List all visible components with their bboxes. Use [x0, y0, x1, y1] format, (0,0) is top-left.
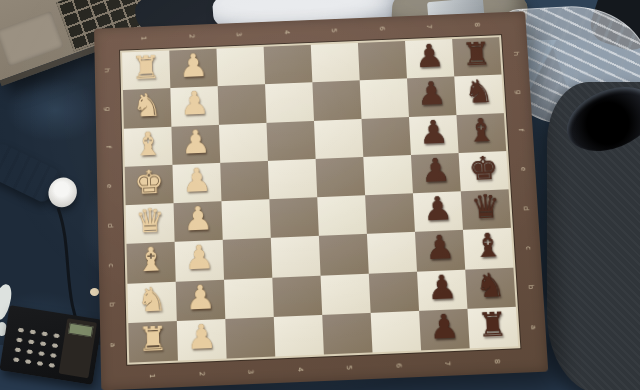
coordinate-label: e: [519, 167, 527, 172]
calculator-display: [68, 323, 93, 338]
crumb: [90, 288, 99, 296]
glossy-black-part: [557, 75, 640, 163]
black-pawn: ♟: [414, 40, 445, 73]
square-g8[interactable]: ♞: [454, 75, 504, 115]
square-h5[interactable]: [311, 43, 360, 83]
square-g7[interactable]: ♟: [407, 77, 456, 117]
black-pawn: ♟: [426, 270, 458, 304]
black-rook: ♜: [461, 38, 492, 71]
calculator-panel: [59, 318, 97, 378]
white-pawn: ♟: [186, 319, 217, 354]
square-c8[interactable]: ♝: [463, 228, 513, 269]
square-a7[interactable]: ♟: [419, 309, 470, 351]
square-f5[interactable]: [314, 118, 363, 158]
coordinate-label: 5: [345, 365, 353, 370]
white-pawn: ♟: [184, 241, 215, 275]
square-h2[interactable]: ♟: [169, 49, 217, 89]
square-b1[interactable]: ♞: [127, 281, 176, 323]
coordinate-label: a: [529, 325, 537, 330]
black-knight: ♞: [474, 268, 506, 302]
square-g1[interactable]: ♞: [123, 88, 171, 128]
coordinate-label: 6: [378, 26, 386, 31]
square-e8[interactable]: ♚: [459, 151, 509, 191]
white-pawn: ♟: [181, 125, 211, 158]
black-pawn: ♟: [424, 231, 455, 265]
square-c3[interactable]: [223, 238, 273, 279]
square-a8[interactable]: ♜: [467, 307, 518, 349]
square-g3[interactable]: [218, 84, 267, 124]
coordinate-label: 1: [148, 374, 156, 379]
black-king: ♚: [468, 151, 499, 185]
chess-board: 12345678 12345678 hgfedcba hgfedcba ♜♟♟♜…: [94, 11, 548, 390]
square-d8[interactable]: ♛: [461, 189, 511, 230]
square-d6[interactable]: [365, 193, 415, 234]
coordinate-label: 7: [443, 361, 451, 366]
square-f8[interactable]: ♝: [456, 113, 506, 153]
coordinate-label: h: [103, 68, 111, 73]
square-f1[interactable]: ♝: [124, 126, 173, 166]
laptop-trackpad: [0, 11, 64, 67]
white-bishop: ♝: [136, 243, 167, 277]
coordinate-label: 4: [282, 30, 290, 35]
square-d3[interactable]: [221, 199, 270, 240]
square-h7[interactable]: ♟: [405, 39, 454, 79]
square-b5[interactable]: [321, 273, 371, 314]
photo-scene: 12345678 12345678 hgfedcba hgfedcba ♜♟♟♜…: [0, 0, 640, 390]
square-g4[interactable]: [265, 82, 314, 122]
white-king: ♚: [134, 165, 164, 199]
coordinate-label: f: [104, 146, 112, 149]
square-g6[interactable]: [360, 79, 409, 119]
white-pawn: ♟: [179, 87, 209, 120]
square-f2[interactable]: ♟: [171, 124, 220, 164]
dark-bag: [547, 82, 640, 390]
square-a6[interactable]: [371, 311, 421, 353]
white-pawn: ♟: [185, 280, 216, 314]
square-e2[interactable]: ♟: [172, 163, 221, 204]
square-e7[interactable]: ♟: [411, 153, 461, 193]
square-d5[interactable]: [317, 195, 367, 236]
square-d2[interactable]: ♟: [174, 201, 223, 242]
square-a5[interactable]: [322, 313, 372, 355]
file-labels-left: hgfedcba: [99, 51, 120, 366]
white-rook: ♜: [138, 321, 169, 356]
black-bishop: ♝: [466, 113, 497, 146]
coordinate-label: 7: [425, 24, 433, 29]
square-e3[interactable]: [220, 161, 269, 202]
square-b2[interactable]: ♟: [176, 279, 226, 321]
square-e5[interactable]: [316, 157, 365, 198]
coordinate-label: g: [104, 106, 112, 111]
coordinate-label: e: [105, 184, 113, 189]
coordinate-label: d: [106, 223, 114, 228]
coordinate-label: 5: [330, 28, 338, 33]
black-rook: ♜: [477, 307, 509, 342]
coordinate-label: b: [108, 303, 116, 308]
square-a3[interactable]: [225, 317, 275, 359]
coordinate-label: c: [524, 246, 532, 250]
black-pawn: ♟: [428, 309, 460, 344]
black-pawn: ♟: [422, 192, 453, 226]
coordinate-label: g: [514, 89, 522, 94]
coordinate-label: 2: [187, 34, 195, 39]
square-b8[interactable]: ♞: [465, 267, 516, 308]
square-g5[interactable]: [312, 81, 361, 121]
square-a4[interactable]: [274, 315, 324, 357]
square-f3[interactable]: [219, 122, 268, 162]
square-b3[interactable]: [224, 277, 274, 319]
white-bishop: ♝: [133, 127, 163, 160]
square-h6[interactable]: [358, 41, 407, 81]
black-pawn: ♟: [418, 115, 449, 148]
square-c6[interactable]: [367, 232, 417, 273]
black-pawn: ♟: [420, 153, 451, 187]
square-a2[interactable]: ♟: [177, 319, 227, 361]
coordinate-label: 8: [492, 359, 500, 364]
white-knight: ♞: [132, 89, 162, 122]
coordinate-label: b: [527, 285, 535, 290]
black-bishop: ♝: [472, 229, 504, 263]
coordinate-label: f: [517, 129, 525, 132]
coordinate-label: 3: [235, 32, 243, 37]
coordinate-label: c: [107, 263, 115, 267]
square-c4[interactable]: [271, 236, 321, 277]
coordinate-label: 1: [140, 36, 148, 41]
black-pawn: ♟: [416, 77, 447, 110]
calculator-keypad: [7, 322, 63, 373]
white-pawn: ♟: [178, 49, 208, 82]
black-queen: ♛: [470, 190, 501, 224]
square-b6[interactable]: [369, 271, 419, 312]
square-h4[interactable]: [264, 45, 313, 85]
square-g2[interactable]: ♟: [170, 86, 219, 126]
square-d7[interactable]: ♟: [413, 191, 463, 232]
square-d4[interactable]: [269, 197, 319, 238]
white-pawn: ♟: [183, 202, 214, 236]
square-d1[interactable]: ♛: [126, 203, 175, 244]
square-f6[interactable]: [361, 117, 410, 157]
square-e1[interactable]: ♚: [125, 165, 174, 206]
square-c5[interactable]: [319, 234, 369, 275]
coordinate-label: 6: [394, 363, 402, 368]
coordinate-label: 3: [247, 369, 255, 374]
board-squares: ♜♟♟♜♞♟♟♞♝♟♟♝♚♟♟♚♛♟♟♛♝♟♟♝♞♟♟♞♜♟♟♜: [120, 35, 520, 365]
coordinate-label: 2: [197, 371, 205, 376]
square-c7[interactable]: ♟: [415, 230, 465, 271]
white-rook: ♜: [131, 51, 161, 84]
square-h1[interactable]: ♜: [122, 51, 170, 91]
square-h8[interactable]: ♜: [452, 37, 501, 77]
white-knight: ♞: [137, 282, 168, 316]
white-queen: ♛: [135, 204, 165, 238]
square-h3[interactable]: [216, 47, 265, 87]
coordinate-label: a: [108, 343, 116, 348]
coordinate-label: h: [512, 51, 520, 56]
square-e6[interactable]: [363, 155, 413, 195]
black-knight: ♞: [463, 75, 494, 108]
square-a1[interactable]: ♜: [128, 321, 178, 363]
coordinate-label: d: [522, 206, 530, 211]
white-pawn: ♟: [182, 163, 212, 197]
coordinate-label: 4: [296, 367, 304, 372]
square-c2[interactable]: ♟: [175, 240, 224, 281]
square-b7[interactable]: ♟: [417, 269, 467, 310]
square-f7[interactable]: ♟: [409, 115, 459, 155]
coordinate-label: 8: [473, 22, 481, 27]
square-f4[interactable]: [266, 120, 315, 160]
square-c1[interactable]: ♝: [126, 242, 175, 283]
square-b4[interactable]: [272, 275, 322, 316]
square-e4[interactable]: [268, 159, 317, 200]
